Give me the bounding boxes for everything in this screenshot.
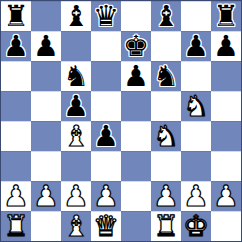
- piece-white-rook-f1[interactable]: ♜: [151, 211, 181, 241]
- square-b3[interactable]: [31, 151, 61, 181]
- square-a2[interactable]: ♟: [1, 181, 31, 211]
- square-f5[interactable]: [151, 91, 181, 121]
- square-h2[interactable]: ♟: [211, 181, 241, 211]
- square-c4[interactable]: ♝: [61, 121, 91, 151]
- piece-black-rook-h8[interactable]: ♜: [211, 1, 241, 31]
- piece-black-bishop-f8[interactable]: ♝: [151, 1, 181, 31]
- square-h6[interactable]: [211, 61, 241, 91]
- piece-black-queen-d8[interactable]: ♛: [91, 1, 121, 31]
- square-d1[interactable]: ♛: [91, 211, 121, 241]
- piece-black-knight-c6[interactable]: ♞: [61, 61, 91, 91]
- piece-black-pawn-b7[interactable]: ♟: [31, 31, 61, 61]
- square-b7[interactable]: ♟: [31, 31, 61, 61]
- piece-black-pawn-g7[interactable]: ♟: [181, 31, 211, 61]
- piece-black-pawn-h7[interactable]: ♟: [211, 31, 241, 61]
- square-a7[interactable]: ♟: [1, 31, 31, 61]
- square-h4[interactable]: [211, 121, 241, 151]
- piece-white-pawn-d2[interactable]: ♟: [91, 181, 121, 211]
- square-f2[interactable]: ♟: [151, 181, 181, 211]
- square-c2[interactable]: ♟: [61, 181, 91, 211]
- piece-white-rook-a1[interactable]: ♜: [1, 211, 31, 241]
- square-a5[interactable]: [1, 91, 31, 121]
- square-b1[interactable]: [31, 211, 61, 241]
- square-b2[interactable]: ♟: [31, 181, 61, 211]
- square-e5[interactable]: [121, 91, 151, 121]
- piece-black-bishop-c8[interactable]: ♝: [61, 1, 91, 31]
- piece-white-queen-d1[interactable]: ♛: [91, 211, 121, 241]
- square-c3[interactable]: [61, 151, 91, 181]
- piece-black-pawn-d4[interactable]: ♟: [91, 121, 121, 151]
- square-f8[interactable]: ♝: [151, 1, 181, 31]
- square-g4[interactable]: [181, 121, 211, 151]
- square-d3[interactable]: [91, 151, 121, 181]
- square-b8[interactable]: [31, 1, 61, 31]
- square-d4[interactable]: ♟: [91, 121, 121, 151]
- square-h8[interactable]: ♜: [211, 1, 241, 31]
- square-f4[interactable]: ♞: [151, 121, 181, 151]
- piece-white-pawn-b2[interactable]: ♟: [31, 181, 61, 211]
- square-e1[interactable]: [121, 211, 151, 241]
- square-g7[interactable]: ♟: [181, 31, 211, 61]
- square-e4[interactable]: [121, 121, 151, 151]
- square-g2[interactable]: ♟: [181, 181, 211, 211]
- chess-board: ♜♝♛♝♜♟♟♚♟♟♞♟♞♟♞♝♟♞♟♟♟♟♟♟♟♜♝♛♜♚: [0, 0, 242, 242]
- square-g5[interactable]: ♞: [181, 91, 211, 121]
- piece-white-pawn-f2[interactable]: ♟: [151, 181, 181, 211]
- square-g3[interactable]: [181, 151, 211, 181]
- square-c6[interactable]: ♞: [61, 61, 91, 91]
- piece-black-king-e7[interactable]: ♚: [121, 31, 151, 61]
- square-h3[interactable]: [211, 151, 241, 181]
- piece-black-pawn-c5[interactable]: ♟: [61, 91, 91, 121]
- square-e8[interactable]: [121, 1, 151, 31]
- square-e6[interactable]: ♟: [121, 61, 151, 91]
- square-h5[interactable]: [211, 91, 241, 121]
- square-d8[interactable]: ♛: [91, 1, 121, 31]
- square-g1[interactable]: ♚: [181, 211, 211, 241]
- piece-white-bishop-c1[interactable]: ♝: [61, 211, 91, 241]
- square-h1[interactable]: [211, 211, 241, 241]
- piece-black-pawn-a7[interactable]: ♟: [1, 31, 31, 61]
- square-c1[interactable]: ♝: [61, 211, 91, 241]
- square-b6[interactable]: [31, 61, 61, 91]
- square-e3[interactable]: [121, 151, 151, 181]
- square-d5[interactable]: [91, 91, 121, 121]
- piece-white-knight-f4[interactable]: ♞: [151, 121, 181, 151]
- square-c8[interactable]: ♝: [61, 1, 91, 31]
- piece-white-pawn-c2[interactable]: ♟: [61, 181, 91, 211]
- square-h7[interactable]: ♟: [211, 31, 241, 61]
- square-c5[interactable]: ♟: [61, 91, 91, 121]
- square-f1[interactable]: ♜: [151, 211, 181, 241]
- square-e7[interactable]: ♚: [121, 31, 151, 61]
- square-a3[interactable]: [1, 151, 31, 181]
- square-b4[interactable]: [31, 121, 61, 151]
- square-a6[interactable]: [1, 61, 31, 91]
- square-d2[interactable]: ♟: [91, 181, 121, 211]
- square-a8[interactable]: ♜: [1, 1, 31, 31]
- square-d6[interactable]: [91, 61, 121, 91]
- square-g8[interactable]: [181, 1, 211, 31]
- piece-black-rook-a8[interactable]: ♜: [1, 1, 31, 31]
- square-a1[interactable]: ♜: [1, 211, 31, 241]
- square-c7[interactable]: [61, 31, 91, 61]
- square-e2[interactable]: [121, 181, 151, 211]
- square-d7[interactable]: [91, 31, 121, 61]
- piece-black-knight-f6[interactable]: ♞: [151, 61, 181, 91]
- piece-white-pawn-a2[interactable]: ♟: [1, 181, 31, 211]
- piece-white-pawn-h2[interactable]: ♟: [211, 181, 241, 211]
- square-f7[interactable]: [151, 31, 181, 61]
- square-f3[interactable]: [151, 151, 181, 181]
- square-a4[interactable]: [1, 121, 31, 151]
- board-grid: ♜♝♛♝♜♟♟♚♟♟♞♟♞♟♞♝♟♞♟♟♟♟♟♟♟♜♝♛♜♚: [0, 0, 242, 242]
- piece-white-king-g1[interactable]: ♚: [181, 211, 211, 241]
- piece-black-pawn-e6[interactable]: ♟: [121, 61, 151, 91]
- piece-white-bishop-c4[interactable]: ♝: [61, 121, 91, 151]
- square-g6[interactable]: [181, 61, 211, 91]
- piece-white-knight-g5[interactable]: ♞: [181, 91, 211, 121]
- square-f6[interactable]: ♞: [151, 61, 181, 91]
- square-b5[interactable]: [31, 91, 61, 121]
- piece-white-pawn-g2[interactable]: ♟: [181, 181, 211, 211]
